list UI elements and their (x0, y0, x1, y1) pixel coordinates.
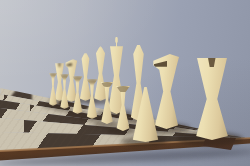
white-knight-g1[interactable] (150, 54, 183, 129)
pieces-layer (0, 0, 250, 166)
chess-set-photo (0, 0, 250, 166)
white-rook-h1[interactable] (190, 58, 234, 140)
